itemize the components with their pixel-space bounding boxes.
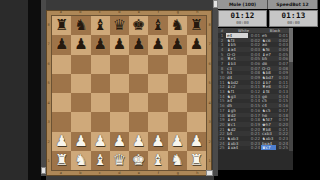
black-rook[interactable]: ♜ (55, 18, 68, 33)
square-d7[interactable]: ♟ (110, 35, 129, 54)
white-clock-time: 01:12 (230, 12, 254, 20)
coord-label: d (110, 171, 130, 176)
square-b2[interactable]: ♟ (71, 132, 90, 151)
square-h6[interactable] (187, 55, 206, 74)
black-pawn[interactable]: ♟ (74, 37, 87, 52)
tab-black-player[interactable]: SpeedBot 12 (268, 0, 318, 9)
square-a3[interactable] (52, 112, 71, 131)
square-a6[interactable] (52, 55, 71, 74)
square-e6[interactable] (129, 55, 148, 74)
square-a8[interactable]: ♜ (52, 16, 71, 35)
coord-label: h (188, 171, 208, 176)
square-f5[interactable] (148, 74, 167, 93)
white-pawn[interactable]: ♟ (93, 134, 106, 149)
square-f2[interactable]: ♟ (148, 132, 167, 151)
square-b3[interactable] (71, 112, 90, 131)
coord-label: c (90, 171, 110, 176)
left-divider-area (28, 0, 41, 180)
movelist-scrollbar[interactable] (289, 28, 293, 151)
square-e4[interactable] (129, 93, 148, 112)
black-pawn[interactable]: ♟ (190, 37, 203, 52)
white-rook[interactable]: ♜ (55, 153, 68, 168)
square-f8[interactable]: ♝ (148, 16, 167, 35)
square-h4[interactable] (187, 93, 206, 112)
square-e2[interactable]: ♟ (129, 132, 148, 151)
square-b4[interactable] (71, 93, 90, 112)
white-pawn[interactable]: ♟ (55, 134, 68, 149)
white-pawn[interactable]: ♟ (170, 134, 183, 149)
black-player-name: SpeedBot 12 (276, 2, 308, 7)
chess-app-window: abcdefgh abcdefgh 87654321 87654321 ♜♞♝♛… (0, 0, 320, 180)
square-a4[interactable] (52, 93, 71, 112)
square-a7[interactable]: ♟ (52, 35, 71, 54)
square-g1[interactable]: ♞ (168, 151, 187, 170)
black-pawn[interactable]: ♟ (55, 37, 68, 52)
square-a1[interactable]: ♜ (52, 151, 71, 170)
white-king[interactable]: ♚ (132, 153, 145, 168)
white-pawn[interactable]: ♟ (132, 134, 145, 149)
black-clock-time: 01:13 (281, 12, 305, 20)
square-e3[interactable] (129, 112, 148, 131)
square-e5[interactable] (129, 74, 148, 93)
square-b1[interactable]: ♞ (71, 151, 90, 170)
black-pawn[interactable]: ♟ (170, 37, 183, 52)
coord-label: e (129, 171, 149, 176)
square-b7[interactable]: ♟ (71, 35, 90, 54)
white-move[interactable]: ♝xa4 (226, 145, 248, 150)
chess-board[interactable]: ♜♞♝♛♚♝♞♜♟♟♟♟♟♟♟♟♟♟♟♟♟♟♟♟♜♞♝♛♚♝♞♜ (51, 15, 207, 171)
white-rook[interactable]: ♜ (190, 153, 203, 168)
black-rook[interactable]: ♜ (190, 18, 203, 33)
coord-label: f (149, 171, 169, 176)
square-c8[interactable]: ♝ (91, 16, 110, 35)
white-pawn[interactable]: ♟ (74, 134, 87, 149)
square-g3[interactable] (168, 112, 187, 131)
white-bishop[interactable]: ♝ (151, 153, 164, 168)
square-f4[interactable] (148, 93, 167, 112)
square-d5[interactable] (110, 74, 129, 93)
square-b5[interactable] (71, 74, 90, 93)
square-h2[interactable]: ♟ (187, 132, 206, 151)
square-d6[interactable] (110, 55, 129, 74)
movelist-table: # White Black 1e40:01e50:012♞f30:02♞c60:… (218, 28, 289, 150)
white-bishop[interactable]: ♝ (93, 153, 106, 168)
black-pawn[interactable]: ♟ (93, 37, 106, 52)
square-g2[interactable]: ♟ (168, 132, 187, 151)
square-a5[interactable] (52, 74, 71, 93)
file-labels-bottom: abcdefgh (51, 171, 207, 176)
square-g4[interactable] (168, 93, 187, 112)
rank-labels-right: 87654321 (207, 15, 212, 171)
square-h7[interactable]: ♟ (187, 35, 206, 54)
square-c1[interactable]: ♝ (91, 151, 110, 170)
coord-label: 7 (207, 35, 212, 55)
movelist-rows: 1e40:01e50:012♞f30:02♞c60:023♝b50:02a60:… (218, 33, 289, 150)
square-e7[interactable]: ♟ (129, 35, 148, 54)
square-g7[interactable]: ♟ (168, 35, 187, 54)
square-b6[interactable] (71, 55, 90, 74)
square-h3[interactable] (187, 112, 206, 131)
square-f1[interactable]: ♝ (148, 151, 167, 170)
square-c5[interactable] (91, 74, 110, 93)
white-queen[interactable]: ♛ (113, 153, 126, 168)
square-h5[interactable] (187, 74, 206, 93)
coord-label: 8 (207, 15, 212, 35)
square-g6[interactable] (168, 55, 187, 74)
move-number: 25 (218, 145, 226, 150)
black-pawn[interactable]: ♟ (113, 37, 126, 52)
square-e1[interactable]: ♚ (129, 151, 148, 170)
white-knight[interactable]: ♞ (170, 153, 183, 168)
white-clock: 01:12 00:00 (218, 10, 267, 27)
movelist-scrollbar-thumb[interactable] (289, 28, 293, 62)
coord-label: 2 (207, 132, 212, 152)
coord-label: 6 (207, 54, 212, 74)
black-clock-delay: 00:00 (287, 20, 300, 25)
square-f6[interactable] (148, 55, 167, 74)
coord-label: 4 (207, 93, 212, 113)
square-b8[interactable]: ♞ (71, 16, 90, 35)
square-d2[interactable]: ♟ (110, 132, 129, 151)
square-h1[interactable]: ♜ (187, 151, 206, 170)
square-g5[interactable] (168, 74, 187, 93)
black-queen[interactable]: ♛ (113, 18, 126, 33)
coord-label: b (71, 171, 91, 176)
black-bishop[interactable]: ♝ (151, 18, 164, 33)
black-knight[interactable]: ♞ (74, 18, 87, 33)
black-king[interactable]: ♚ (132, 18, 145, 33)
tab-white-player[interactable]: Mole (100) (218, 0, 268, 9)
square-c2[interactable]: ♟ (91, 132, 110, 151)
square-d1[interactable]: ♛ (110, 151, 129, 170)
white-clock-delay: 00:00 (236, 20, 249, 25)
coord-label: g (168, 171, 188, 176)
square-a2[interactable]: ♟ (52, 132, 71, 151)
coord-label: 5 (207, 74, 212, 94)
white-pawn[interactable]: ♟ (151, 134, 164, 149)
square-f3[interactable] (148, 112, 167, 131)
white-knight[interactable]: ♞ (74, 153, 87, 168)
black-knight[interactable]: ♞ (170, 18, 183, 33)
square-c4[interactable] (91, 93, 110, 112)
square-c3[interactable] (91, 112, 110, 131)
white-pawn[interactable]: ♟ (190, 134, 203, 149)
white-pawn[interactable]: ♟ (113, 134, 126, 149)
white-move-time: 0:24 (248, 145, 261, 150)
square-c7[interactable]: ♟ (91, 35, 110, 54)
board-resize-grip[interactable] (206, 170, 213, 176)
square-g8[interactable]: ♞ (168, 16, 187, 35)
square-d3[interactable] (110, 112, 129, 131)
coord-label: 1 (207, 152, 212, 172)
black-clock: 01:13 00:00 (269, 10, 318, 27)
movelist-row-25: 25♝xa40:24♛c70:25 (218, 146, 289, 151)
black-pawn[interactable]: ♟ (151, 37, 164, 52)
square-d4[interactable] (110, 93, 129, 112)
coord-label: a (51, 171, 71, 176)
square-h8[interactable]: ♜ (187, 16, 206, 35)
black-move-time: 0:25 (276, 145, 289, 150)
square-e8[interactable]: ♚ (129, 16, 148, 35)
black-move[interactable]: ♛c7 (261, 145, 276, 150)
square-d8[interactable]: ♛ (110, 16, 129, 35)
left-background (0, 0, 28, 180)
square-f7[interactable]: ♟ (148, 35, 167, 54)
square-c6[interactable] (91, 55, 110, 74)
black-bishop[interactable]: ♝ (93, 18, 106, 33)
black-pawn[interactable]: ♟ (132, 37, 145, 52)
coord-label: 3 (207, 113, 212, 133)
white-player-name: Mole (100) (229, 2, 256, 7)
